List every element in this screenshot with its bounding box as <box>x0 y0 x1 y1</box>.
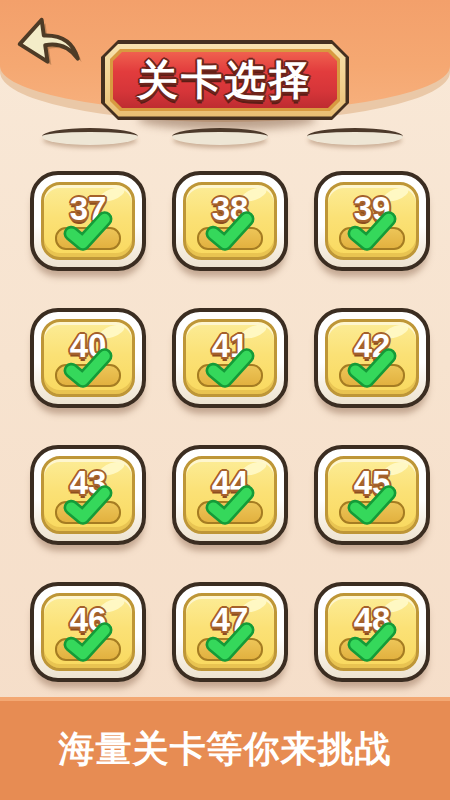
check-icon <box>204 621 256 664</box>
check-icon <box>346 210 398 253</box>
check-icon <box>62 621 114 664</box>
level-tile-45[interactable]: 45 <box>314 445 430 545</box>
level-tile-44[interactable]: 44 <box>172 445 288 545</box>
level-tile-38[interactable]: 38 <box>172 171 288 271</box>
level-tile-face: 42 <box>325 319 419 397</box>
scrolled-tile-stub <box>307 128 403 145</box>
level-tile-41[interactable]: 41 <box>172 308 288 408</box>
footer-banner: 海量关卡等你来挑战 <box>0 697 450 800</box>
level-tile-face: 41 <box>183 319 277 397</box>
scrolled-tile-stub <box>42 128 138 145</box>
level-tile-43[interactable]: 43 <box>30 445 146 545</box>
level-tile-face: 44 <box>183 456 277 534</box>
back-button[interactable] <box>10 6 84 72</box>
level-tile-face: 48 <box>325 593 419 671</box>
check-icon <box>62 347 114 390</box>
level-tile-46[interactable]: 46 <box>30 582 146 682</box>
check-icon <box>346 621 398 664</box>
page-title: 关卡选择 <box>101 40 349 120</box>
level-tile-face: 38 <box>183 182 277 260</box>
check-icon <box>204 484 256 527</box>
level-tile-face: 43 <box>41 456 135 534</box>
scrolled-tile-stub <box>172 128 268 145</box>
level-tile-42[interactable]: 42 <box>314 308 430 408</box>
level-tile-face: 47 <box>183 593 277 671</box>
level-tile-37[interactable]: 37 <box>30 171 146 271</box>
level-tile-40[interactable]: 40 <box>30 308 146 408</box>
level-tile-face: 39 <box>325 182 419 260</box>
footer-slogan: 海量关卡等你来挑战 <box>0 725 450 774</box>
level-tile-face: 46 <box>41 593 135 671</box>
check-icon <box>62 210 114 253</box>
level-select-screen: 关卡选择 37 38 <box>0 0 450 800</box>
title-plaque: 关卡选择 <box>101 40 349 120</box>
level-tile-face: 37 <box>41 182 135 260</box>
level-tile-47[interactable]: 47 <box>172 582 288 682</box>
check-icon <box>204 210 256 253</box>
level-tile-39[interactable]: 39 <box>314 171 430 271</box>
level-tile-48[interactable]: 48 <box>314 582 430 682</box>
check-icon <box>346 484 398 527</box>
level-tile-face: 45 <box>325 456 419 534</box>
back-arrow-icon <box>6 1 88 77</box>
check-icon <box>62 484 114 527</box>
level-grid: 37 38 39 <box>30 171 430 682</box>
check-icon <box>204 347 256 390</box>
level-tile-face: 40 <box>41 319 135 397</box>
check-icon <box>346 347 398 390</box>
